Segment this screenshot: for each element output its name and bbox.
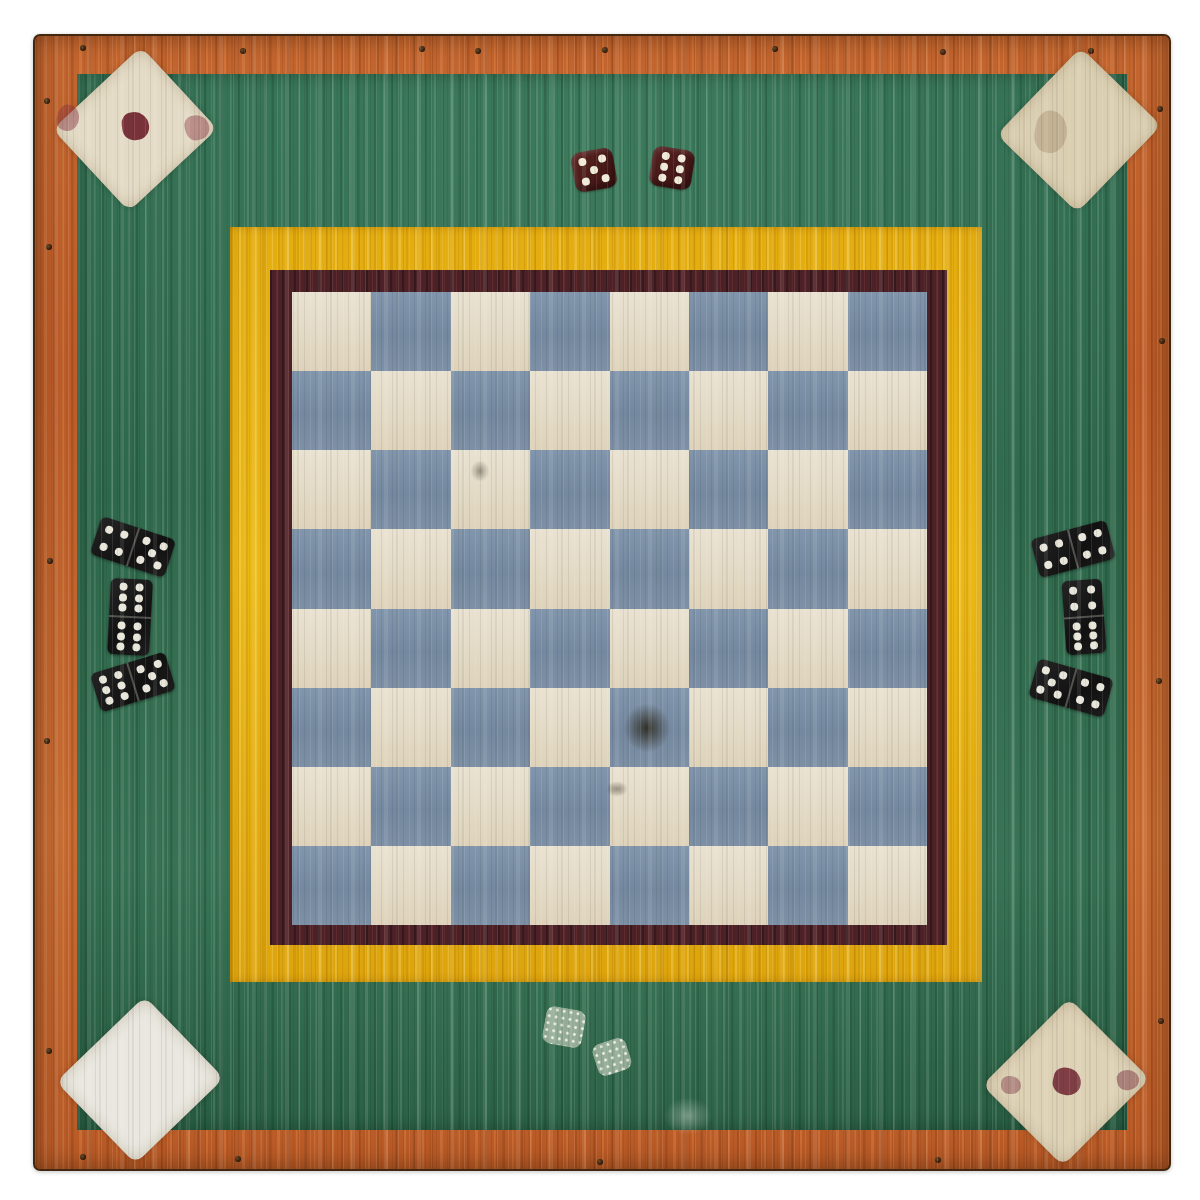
die-pip [677, 154, 686, 163]
domino-pip [120, 530, 130, 540]
domino-pip [1070, 602, 1079, 611]
domino-pip [1074, 642, 1083, 651]
domino-pip [117, 621, 125, 629]
domino-left-top [90, 516, 177, 578]
die-pip [598, 154, 607, 163]
die-pip [674, 176, 683, 185]
nail-head [240, 48, 246, 54]
domino-pip [135, 594, 143, 602]
domino-pip [136, 665, 146, 675]
die-pip [578, 158, 587, 167]
nail-head [935, 1157, 941, 1163]
nail-head [1158, 1018, 1164, 1024]
card-top-right [997, 48, 1162, 213]
domino-pip [141, 683, 151, 693]
domino-pip [1088, 601, 1097, 610]
domino-pip [1087, 585, 1096, 594]
nail-head [80, 45, 86, 51]
domino-right-bottom [1028, 658, 1114, 718]
nail-head [46, 244, 52, 250]
die-top-left [570, 147, 618, 194]
domino-pip [1075, 695, 1085, 705]
card-bottom-right [982, 998, 1150, 1166]
domino-pip [113, 670, 123, 680]
domino-pip [1043, 560, 1053, 570]
domino-left-middle [107, 578, 153, 656]
domino-pip [136, 583, 144, 591]
die-pip [659, 162, 668, 171]
nail-head [475, 48, 481, 54]
card-top-left [53, 47, 218, 211]
domino-pip [116, 642, 124, 650]
domino-pip [1059, 556, 1069, 566]
game-board [33, 34, 1171, 1171]
domino-pip [98, 674, 108, 684]
domino-left-bottom [90, 651, 176, 712]
domino-pip [104, 525, 114, 535]
domino-pip [1035, 684, 1045, 694]
decoration-layer [35, 36, 1169, 1169]
nail-head [47, 558, 53, 564]
die-pip [657, 173, 666, 182]
domino-right-middle [1061, 579, 1106, 656]
domino-pip [119, 583, 127, 591]
die-pip [581, 177, 590, 186]
domino-pip [1089, 631, 1098, 640]
nail-head [940, 49, 946, 55]
nail-head [1156, 678, 1162, 684]
nail-head [44, 98, 50, 104]
domino-pip [153, 560, 163, 570]
domino-pip [1077, 533, 1087, 543]
domino-pip [118, 593, 126, 601]
die-top-right [648, 145, 696, 191]
domino-pip [1047, 678, 1057, 688]
die-bottom-left [541, 1005, 587, 1049]
nail-head [602, 47, 608, 53]
domino-pip [1091, 699, 1101, 709]
domino-pip [135, 604, 143, 612]
nail-head [44, 738, 50, 744]
die-bottom-right [590, 1036, 634, 1078]
domino-pip [116, 681, 126, 691]
domino-pip [102, 685, 112, 695]
nail-head [419, 46, 425, 52]
wear-mark [655, 1090, 721, 1142]
wear-mark [615, 694, 679, 762]
domino-pip [1072, 622, 1081, 631]
domino-pip [1038, 543, 1048, 553]
domino-pip [118, 603, 126, 611]
domino-right-top [1030, 520, 1116, 579]
die-pip [661, 151, 670, 160]
domino-pip [1080, 678, 1090, 688]
die-pip [589, 165, 598, 174]
nail-head [1088, 48, 1094, 54]
domino-pip [119, 691, 129, 701]
domino-pip [159, 542, 169, 552]
domino-pip [133, 643, 141, 651]
nail-head [597, 1159, 603, 1165]
nail-head [772, 46, 778, 52]
nail-head [80, 1154, 86, 1160]
domino-pip [1096, 682, 1106, 692]
domino-pip [114, 547, 124, 557]
domino-pip [116, 632, 124, 640]
wear-mark [602, 778, 632, 800]
domino-pip [1088, 621, 1097, 630]
product-photo [0, 0, 1200, 1200]
domino-pip [147, 548, 157, 558]
domino-pip [159, 678, 169, 688]
die-pip [601, 173, 610, 182]
domino-pip [1073, 632, 1082, 641]
card-bottom-left [56, 996, 224, 1163]
domino-pip [98, 542, 108, 552]
domino-half [1064, 615, 1107, 656]
domino-half [109, 578, 153, 617]
domino-pip [1090, 641, 1099, 650]
domino-pip [1055, 539, 1065, 549]
domino-pip [133, 633, 141, 641]
domino-pip [135, 554, 145, 564]
domino-pip [105, 696, 115, 706]
domino-half [1061, 579, 1103, 618]
nail-head [46, 1048, 52, 1054]
domino-pip [147, 671, 157, 681]
die-pip [676, 165, 685, 174]
domino-pip [134, 622, 142, 630]
nail-head [235, 1156, 241, 1162]
domino-pip [1098, 545, 1108, 555]
domino-pip [1093, 528, 1103, 538]
wear-mark [467, 456, 493, 486]
nail-head [1159, 338, 1165, 344]
domino-half [107, 615, 151, 656]
domino-pip [1058, 671, 1068, 681]
domino-pip [1041, 666, 1051, 676]
domino-pip [153, 659, 163, 669]
domino-pip [141, 536, 151, 546]
domino-pip [1082, 550, 1092, 560]
domino-pip [1053, 689, 1063, 699]
nail-head [1157, 106, 1163, 112]
domino-pip [1069, 586, 1078, 595]
